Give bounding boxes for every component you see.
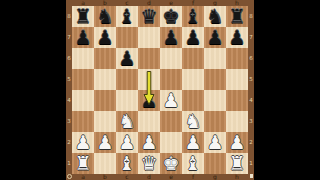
square-e5[interactable] <box>160 69 182 90</box>
file-label-a: a <box>72 174 94 180</box>
black-knight[interactable]: ♞ <box>204 6 226 27</box>
file-label-d: d <box>138 174 160 180</box>
file-label-f: f <box>182 174 204 180</box>
white-rook[interactable]: ♜ <box>226 153 248 174</box>
square-a3[interactable] <box>72 111 94 132</box>
white-knight[interactable]: ♞ <box>182 111 204 132</box>
file-label-h: h <box>226 174 248 180</box>
square-a7[interactable]: ♟ <box>72 27 94 48</box>
white-rook[interactable]: ♜ <box>72 153 94 174</box>
white-pawn[interactable]: ♟ <box>72 132 94 153</box>
white-bishop[interactable]: ♝ <box>116 153 138 174</box>
square-a1[interactable]: ♜ <box>72 153 94 174</box>
rank-label-8: 8 <box>248 6 254 27</box>
square-e3[interactable] <box>160 111 182 132</box>
square-f1[interactable]: ♝ <box>182 153 204 174</box>
square-h8[interactable]: ♜ <box>226 6 248 27</box>
rank-label-3: 3 <box>248 111 254 132</box>
board-grid: ♜♞♝♛♚♝♞♜♟♟♟♟♟♟♟♟♟♞♞♟♟♟♟♟♟♟♜♝♛♚♝♜ <box>72 6 248 174</box>
white-pawn[interactable]: ♟ <box>226 132 248 153</box>
square-c7[interactable] <box>116 27 138 48</box>
square-c6[interactable]: ♟ <box>116 48 138 69</box>
square-e1[interactable]: ♚ <box>160 153 182 174</box>
square-d3[interactable] <box>138 111 160 132</box>
square-a6[interactable] <box>72 48 94 69</box>
square-g3[interactable] <box>204 111 226 132</box>
square-a2[interactable]: ♟ <box>72 132 94 153</box>
file-label-e: e <box>160 174 182 180</box>
square-h4[interactable] <box>226 90 248 111</box>
square-h7[interactable]: ♟ <box>226 27 248 48</box>
square-b8[interactable]: ♞ <box>94 6 116 27</box>
square-c5[interactable] <box>116 69 138 90</box>
chess-board: abcdefgh abcdefgh 87654321 87654321 ♜♞♝♛… <box>66 0 254 180</box>
square-b2[interactable]: ♟ <box>94 132 116 153</box>
square-d8[interactable]: ♛ <box>138 6 160 27</box>
square-g5[interactable] <box>204 69 226 90</box>
square-b1[interactable] <box>94 153 116 174</box>
black-rook[interactable]: ♜ <box>226 6 248 27</box>
square-b3[interactable] <box>94 111 116 132</box>
square-g2[interactable]: ♟ <box>204 132 226 153</box>
white-pawn[interactable]: ♟ <box>138 132 160 153</box>
square-h1[interactable]: ♜ <box>226 153 248 174</box>
square-a8[interactable]: ♜ <box>72 6 94 27</box>
square-h6[interactable] <box>226 48 248 69</box>
square-a4[interactable] <box>72 90 94 111</box>
square-g4[interactable] <box>204 90 226 111</box>
square-f3[interactable]: ♞ <box>182 111 204 132</box>
rank-label-7: 7 <box>248 27 254 48</box>
white-queen[interactable]: ♛ <box>138 153 160 174</box>
white-knight[interactable]: ♞ <box>116 111 138 132</box>
square-g6[interactable] <box>204 48 226 69</box>
square-g1[interactable] <box>204 153 226 174</box>
file-label-g: g <box>204 174 226 180</box>
square-h3[interactable] <box>226 111 248 132</box>
square-b5[interactable] <box>94 69 116 90</box>
square-d6[interactable] <box>138 48 160 69</box>
rank-label-6: 6 <box>248 48 254 69</box>
square-d2[interactable]: ♟ <box>138 132 160 153</box>
square-a5[interactable] <box>72 69 94 90</box>
rank-label-5: 5 <box>248 69 254 90</box>
black-pawn[interactable]: ♟ <box>182 27 204 48</box>
square-h2[interactable]: ♟ <box>226 132 248 153</box>
file-label-c: c <box>116 174 138 180</box>
black-pawn[interactable]: ♟ <box>138 90 160 111</box>
square-e6[interactable] <box>160 48 182 69</box>
video-frame: abcdefgh abcdefgh 87654321 87654321 ♜♞♝♛… <box>0 0 320 180</box>
square-g8[interactable]: ♞ <box>204 6 226 27</box>
rank-label-4: 4 <box>248 90 254 111</box>
black-bishop[interactable]: ♝ <box>182 6 204 27</box>
black-bishop[interactable]: ♝ <box>116 6 138 27</box>
rank-label-1: 1 <box>248 153 254 174</box>
square-f7[interactable]: ♟ <box>182 27 204 48</box>
square-e7[interactable]: ♟ <box>160 27 182 48</box>
black-pawn[interactable]: ♟ <box>226 27 248 48</box>
black-queen[interactable]: ♛ <box>138 6 160 27</box>
square-f8[interactable]: ♝ <box>182 6 204 27</box>
square-c3[interactable]: ♞ <box>116 111 138 132</box>
square-c2[interactable]: ♟ <box>116 132 138 153</box>
square-c1[interactable]: ♝ <box>116 153 138 174</box>
black-pawn[interactable]: ♟ <box>204 27 226 48</box>
black-pawn[interactable]: ♟ <box>116 48 138 69</box>
corner-ring-mark <box>67 174 72 179</box>
letterbox-right <box>254 0 320 180</box>
white-pawn[interactable]: ♟ <box>204 132 226 153</box>
square-b6[interactable] <box>94 48 116 69</box>
square-d5[interactable] <box>138 69 160 90</box>
square-e8[interactable]: ♚ <box>160 6 182 27</box>
square-d1[interactable]: ♛ <box>138 153 160 174</box>
square-b7[interactable]: ♟ <box>94 27 116 48</box>
corner-square-mark <box>250 174 253 178</box>
white-bishop[interactable]: ♝ <box>182 153 204 174</box>
square-d7[interactable] <box>138 27 160 48</box>
black-king[interactable]: ♚ <box>160 6 182 27</box>
black-pawn[interactable]: ♟ <box>160 27 182 48</box>
rank-label-2: 2 <box>248 132 254 153</box>
square-g7[interactable]: ♟ <box>204 27 226 48</box>
square-e4[interactable]: ♟ <box>160 90 182 111</box>
white-pawn[interactable]: ♟ <box>160 90 182 111</box>
black-knight[interactable]: ♞ <box>94 6 116 27</box>
black-pawn[interactable]: ♟ <box>94 27 116 48</box>
square-f6[interactable] <box>182 48 204 69</box>
white-pawn[interactable]: ♟ <box>116 132 138 153</box>
letterbox-left <box>0 0 66 180</box>
square-f4[interactable] <box>182 90 204 111</box>
white-king[interactable]: ♚ <box>160 153 182 174</box>
square-b4[interactable] <box>94 90 116 111</box>
square-f5[interactable] <box>182 69 204 90</box>
black-pawn[interactable]: ♟ <box>72 27 94 48</box>
square-c8[interactable]: ♝ <box>116 6 138 27</box>
square-c4[interactable] <box>116 90 138 111</box>
square-h5[interactable] <box>226 69 248 90</box>
white-pawn[interactable]: ♟ <box>94 132 116 153</box>
square-e2[interactable] <box>160 132 182 153</box>
rank-labels-right: 87654321 <box>248 6 254 174</box>
square-d4[interactable]: ♟ <box>138 90 160 111</box>
square-f2[interactable]: ♟ <box>182 132 204 153</box>
black-rook[interactable]: ♜ <box>72 6 94 27</box>
file-labels-bottom: abcdefgh <box>72 174 248 180</box>
file-label-b: b <box>94 174 116 180</box>
white-pawn[interactable]: ♟ <box>182 132 204 153</box>
